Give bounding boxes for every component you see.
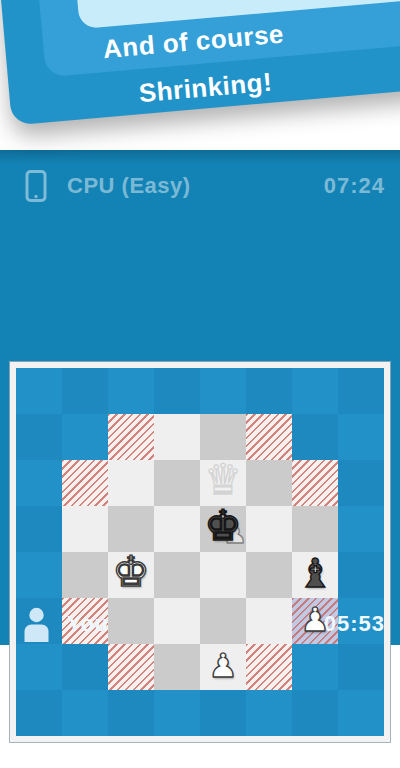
square-r2c2 (62, 414, 108, 460)
square-r8c5 (200, 690, 246, 736)
square-r8c1 (16, 690, 62, 736)
square-r2c4[interactable] (154, 414, 200, 460)
game-panel: CPU (Easy) 07:24 ♛♟♚♚♝♟♟ You 05:53 (0, 150, 400, 645)
square-r3c5[interactable]: ♛ (200, 460, 246, 506)
square-r2c1 (16, 414, 62, 460)
square-r1c8 (338, 368, 384, 414)
tutorial-card-back: And of course Shrinking! (0, 0, 400, 125)
opponent-name: CPU (Easy) (67, 173, 191, 199)
chess-board: ♛♟♚♚♝♟♟ (10, 362, 390, 742)
square-r4c7[interactable] (292, 506, 338, 552)
square-r8c2 (62, 690, 108, 736)
square-r1c1 (16, 368, 62, 414)
square-r4c8 (338, 506, 384, 552)
white-king[interactable]: ♚ (112, 551, 150, 593)
square-r1c4 (154, 368, 200, 414)
square-r1c2 (62, 368, 108, 414)
square-r7c4[interactable] (154, 644, 200, 690)
person-icon (21, 607, 51, 642)
square-r2c3[interactable] (108, 414, 154, 460)
square-r7c8 (338, 644, 384, 690)
square-r4c1 (16, 506, 62, 552)
black-bishop[interactable]: ♝ (297, 553, 333, 593)
square-r1c5 (200, 368, 246, 414)
square-r3c4[interactable] (154, 460, 200, 506)
square-r7c6[interactable] (246, 644, 292, 690)
square-r5c5[interactable] (200, 552, 246, 598)
square-r5c7[interactable]: ♝ (292, 552, 338, 598)
square-r5c2[interactable] (62, 552, 108, 598)
square-r8c8 (338, 690, 384, 736)
square-r4c6[interactable] (246, 506, 292, 552)
square-r5c8 (338, 552, 384, 598)
square-r8c4 (154, 690, 200, 736)
tutorial-card[interactable]: And of course Shrinking! (0, 0, 400, 125)
square-r7c3[interactable] (108, 644, 154, 690)
opponent-clock: 07:24 (324, 173, 385, 199)
black-king[interactable]: ♚ (204, 505, 242, 547)
white-pawn[interactable]: ♟ (300, 603, 330, 636)
square-r1c6 (246, 368, 292, 414)
opponent-bar: CPU (Easy) 07:24 (0, 160, 400, 212)
square-r5c3[interactable]: ♚ (108, 552, 154, 598)
square-r7c1 (16, 644, 62, 690)
square-r7c2 (62, 644, 108, 690)
square-r2c8 (338, 414, 384, 460)
square-r2c6[interactable] (246, 414, 292, 460)
square-r3c6[interactable] (246, 460, 292, 506)
white-pawn[interactable]: ♟ (208, 649, 238, 682)
square-r3c2[interactable] (62, 460, 108, 506)
square-r5c6[interactable] (246, 552, 292, 598)
square-r4c3[interactable] (108, 506, 154, 552)
square-r1c3 (108, 368, 154, 414)
square-r1c7 (292, 368, 338, 414)
square-r3c7[interactable] (292, 460, 338, 506)
square-r5c4[interactable] (154, 552, 200, 598)
square-r8c6 (246, 690, 292, 736)
player-clock: 05:53 (324, 611, 385, 637)
square-r3c1 (16, 460, 62, 506)
square-r4c2[interactable] (62, 506, 108, 552)
square-r5c1 (16, 552, 62, 598)
square-r8c3 (108, 690, 154, 736)
square-r2c5[interactable] (200, 414, 246, 460)
square-r3c3[interactable] (108, 460, 154, 506)
player-bar: You 05:53 (0, 598, 400, 650)
board-grid: ♛♟♚♚♝♟♟ (16, 368, 384, 736)
square-r3c8 (338, 460, 384, 506)
square-r4c5[interactable]: ♟♚ (200, 506, 246, 552)
square-r7c5[interactable]: ♟ (200, 644, 246, 690)
player-name: You (67, 611, 108, 637)
phone-icon (21, 170, 51, 202)
square-r8c7 (292, 690, 338, 736)
ghost-white-queen: ♛ (204, 459, 242, 501)
square-r7c7 (292, 644, 338, 690)
square-r4c4[interactable] (154, 506, 200, 552)
square-r2c7 (292, 414, 338, 460)
